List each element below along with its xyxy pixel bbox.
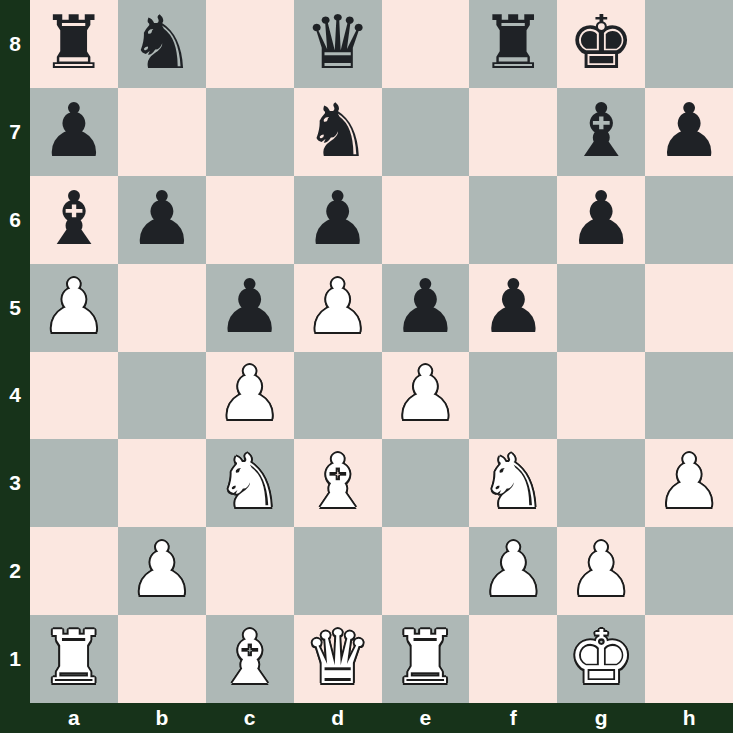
square-e1[interactable]: ♜ — [382, 615, 470, 703]
piece-black-bishop-a6[interactable]: ♝ — [41, 181, 107, 255]
file-label-g: g — [557, 703, 645, 733]
file-label-e: e — [382, 703, 470, 733]
square-e7[interactable] — [382, 88, 470, 176]
piece-black-pawn-f5[interactable]: ♟ — [480, 269, 546, 343]
piece-white-pawn-f2[interactable]: ♟ — [480, 532, 546, 606]
piece-white-pawn-g2[interactable]: ♟ — [568, 532, 634, 606]
piece-black-pawn-d6[interactable]: ♟ — [304, 181, 370, 255]
piece-white-king-g1[interactable]: ♚ — [568, 620, 634, 694]
square-a2[interactable] — [30, 527, 118, 615]
square-g8[interactable]: ♚ — [557, 0, 645, 88]
square-a8[interactable]: ♜ — [30, 0, 118, 88]
rank-label-2: 2 — [0, 527, 30, 615]
piece-black-pawn-b6[interactable]: ♟ — [129, 181, 195, 255]
piece-white-pawn-b2[interactable]: ♟ — [129, 532, 195, 606]
chess-board: ♜♞♛♜♚♟♞♝♟♝♟♟♟♟♟♟♟♟♟♟♞♝♞♟♟♟♟♜♝♛♜♚ — [30, 0, 733, 703]
square-d1[interactable]: ♛ — [294, 615, 382, 703]
square-h6[interactable] — [645, 176, 733, 264]
square-g2[interactable]: ♟ — [557, 527, 645, 615]
square-f6[interactable] — [469, 176, 557, 264]
square-b3[interactable] — [118, 439, 206, 527]
piece-white-knight-f3[interactable]: ♞ — [480, 444, 546, 518]
square-d8[interactable]: ♛ — [294, 0, 382, 88]
piece-black-knight-b8[interactable]: ♞ — [129, 5, 195, 79]
square-g1[interactable]: ♚ — [557, 615, 645, 703]
square-h4[interactable] — [645, 352, 733, 440]
square-h8[interactable] — [645, 0, 733, 88]
piece-white-pawn-a5[interactable]: ♟ — [41, 269, 107, 343]
square-a3[interactable] — [30, 439, 118, 527]
square-g5[interactable] — [557, 264, 645, 352]
square-b7[interactable] — [118, 88, 206, 176]
square-f8[interactable]: ♜ — [469, 0, 557, 88]
piece-black-rook-f8[interactable]: ♜ — [480, 5, 546, 79]
piece-black-bishop-g7[interactable]: ♝ — [568, 93, 634, 167]
square-e2[interactable] — [382, 527, 470, 615]
square-g7[interactable]: ♝ — [557, 88, 645, 176]
square-b8[interactable]: ♞ — [118, 0, 206, 88]
rank-labels: 87654321 — [0, 0, 30, 703]
file-label-d: d — [294, 703, 382, 733]
square-d3[interactable]: ♝ — [294, 439, 382, 527]
file-labels: abcdefgh — [30, 703, 733, 733]
piece-white-rook-a1[interactable]: ♜ — [41, 620, 107, 694]
rank-label-3: 3 — [0, 439, 30, 527]
piece-white-pawn-d5[interactable]: ♟ — [304, 269, 370, 343]
square-a4[interactable] — [30, 352, 118, 440]
rank-label-1: 1 — [0, 615, 30, 703]
square-e5[interactable]: ♟ — [382, 264, 470, 352]
square-d7[interactable]: ♞ — [294, 88, 382, 176]
piece-black-queen-d8[interactable]: ♛ — [304, 5, 370, 79]
square-g4[interactable] — [557, 352, 645, 440]
square-g6[interactable]: ♟ — [557, 176, 645, 264]
square-h3[interactable]: ♟ — [645, 439, 733, 527]
square-h2[interactable] — [645, 527, 733, 615]
piece-black-king-g8[interactable]: ♚ — [568, 5, 634, 79]
square-d6[interactable]: ♟ — [294, 176, 382, 264]
piece-black-rook-a8[interactable]: ♜ — [41, 5, 107, 79]
piece-white-rook-e1[interactable]: ♜ — [392, 620, 458, 694]
piece-black-knight-d7[interactable]: ♞ — [304, 93, 370, 167]
piece-white-pawn-h3[interactable]: ♟ — [656, 444, 722, 518]
square-h1[interactable] — [645, 615, 733, 703]
square-f2[interactable]: ♟ — [469, 527, 557, 615]
square-c4[interactable]: ♟ — [206, 352, 294, 440]
square-c8[interactable] — [206, 0, 294, 88]
piece-black-pawn-e5[interactable]: ♟ — [392, 269, 458, 343]
square-a5[interactable]: ♟ — [30, 264, 118, 352]
square-b6[interactable]: ♟ — [118, 176, 206, 264]
square-f4[interactable] — [469, 352, 557, 440]
file-label-a: a — [30, 703, 118, 733]
file-label-f: f — [469, 703, 557, 733]
square-f1[interactable] — [469, 615, 557, 703]
square-g3[interactable] — [557, 439, 645, 527]
square-c5[interactable]: ♟ — [206, 264, 294, 352]
file-label-b: b — [118, 703, 206, 733]
file-label-h: h — [645, 703, 733, 733]
square-d5[interactable]: ♟ — [294, 264, 382, 352]
piece-white-pawn-e4[interactable]: ♟ — [392, 356, 458, 430]
square-c1[interactable]: ♝ — [206, 615, 294, 703]
piece-black-pawn-g6[interactable]: ♟ — [568, 181, 634, 255]
square-e8[interactable] — [382, 0, 470, 88]
square-b2[interactable]: ♟ — [118, 527, 206, 615]
square-b5[interactable] — [118, 264, 206, 352]
square-e4[interactable]: ♟ — [382, 352, 470, 440]
chess-board-frame: 87654321 ♜♞♛♜♚♟♞♝♟♝♟♟♟♟♟♟♟♟♟♟♞♝♞♟♟♟♟♜♝♛♜… — [0, 0, 733, 733]
square-e6[interactable] — [382, 176, 470, 264]
piece-white-knight-c3[interactable]: ♞ — [217, 444, 283, 518]
piece-white-queen-d1[interactable]: ♛ — [304, 620, 370, 694]
square-f3[interactable]: ♞ — [469, 439, 557, 527]
square-d4[interactable] — [294, 352, 382, 440]
border-corner — [0, 703, 30, 733]
file-label-c: c — [206, 703, 294, 733]
square-c7[interactable] — [206, 88, 294, 176]
square-e3[interactable] — [382, 439, 470, 527]
square-c6[interactable] — [206, 176, 294, 264]
square-c2[interactable] — [206, 527, 294, 615]
square-d2[interactable] — [294, 527, 382, 615]
square-a7[interactable]: ♟ — [30, 88, 118, 176]
rank-label-8: 8 — [0, 0, 30, 88]
square-a1[interactable]: ♜ — [30, 615, 118, 703]
square-b4[interactable] — [118, 352, 206, 440]
piece-white-bishop-c1[interactable]: ♝ — [217, 620, 283, 694]
piece-white-pawn-c4[interactable]: ♟ — [217, 356, 283, 430]
piece-black-pawn-h7[interactable]: ♟ — [656, 93, 722, 167]
rank-label-5: 5 — [0, 264, 30, 352]
rank-label-6: 6 — [0, 176, 30, 264]
rank-label-4: 4 — [0, 352, 30, 440]
square-b1[interactable] — [118, 615, 206, 703]
piece-black-pawn-a7[interactable]: ♟ — [41, 93, 107, 167]
square-h5[interactable] — [645, 264, 733, 352]
piece-black-pawn-c5[interactable]: ♟ — [217, 269, 283, 343]
rank-label-7: 7 — [0, 88, 30, 176]
square-f5[interactable]: ♟ — [469, 264, 557, 352]
piece-white-bishop-d3[interactable]: ♝ — [304, 444, 370, 518]
square-c3[interactable]: ♞ — [206, 439, 294, 527]
square-h7[interactable]: ♟ — [645, 88, 733, 176]
square-a6[interactable]: ♝ — [30, 176, 118, 264]
square-f7[interactable] — [469, 88, 557, 176]
